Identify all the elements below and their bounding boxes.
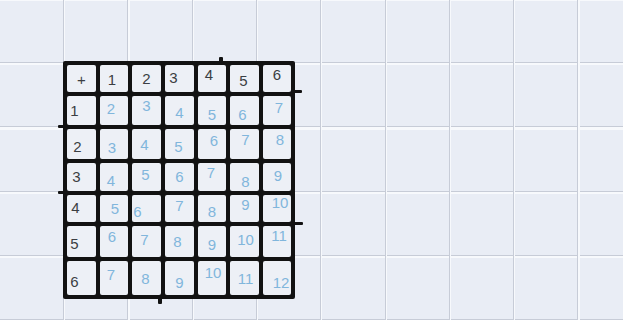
cell-value: 6 (70, 274, 78, 289)
stray-stroke-top-tick (219, 57, 223, 63)
sum-cell-r3-c2: 5 (132, 163, 161, 191)
addition-table: +123456123456723456783456789456789105678… (63, 61, 295, 299)
row-header-2: 2 (67, 129, 96, 159)
cell-value: + (77, 72, 86, 87)
row-header-6: 6 (67, 261, 96, 295)
sum-cell-r4-c1: 5 (100, 195, 128, 222)
cell-value: 10 (237, 232, 254, 247)
sum-cell-r2-c2: 4 (132, 129, 161, 159)
row-header-4: 4 (67, 195, 96, 222)
sum-cell-r4-c4: 8 (198, 195, 226, 222)
cell-value: 6 (273, 67, 281, 82)
sum-cell-r1-c1: 2 (100, 96, 128, 125)
cell-value: 4 (107, 173, 115, 188)
cell-value: 8 (208, 204, 216, 219)
cell-value: 9 (208, 237, 216, 252)
sum-cell-r4-c6: 10 (263, 195, 291, 222)
sum-cell-r3-c4: 7 (198, 163, 226, 191)
operator-cell: + (67, 65, 96, 92)
sum-cell-r4-c5: 9 (230, 195, 259, 222)
cell-value: 2 (142, 71, 150, 86)
sum-cell-r2-c6: 8 (263, 129, 291, 159)
whiteboard-canvas[interactable]: +123456123456723456783456789456789105678… (0, 0, 623, 320)
col-header-3: 3 (165, 65, 194, 92)
cell-value: 6 (210, 133, 218, 148)
cell-value: 1 (70, 103, 78, 118)
sum-cell-r5-c4: 9 (198, 226, 226, 257)
cell-value: 2 (73, 139, 81, 154)
sum-cell-r3-c3: 6 (165, 163, 194, 191)
sum-cell-r2-c4: 6 (198, 129, 226, 159)
cell-value: 4 (140, 137, 148, 152)
col-header-4: 4 (198, 65, 226, 92)
cell-value: 8 (141, 271, 149, 286)
cell-value: 5 (111, 201, 119, 216)
cell-value: 7 (207, 165, 215, 180)
sum-cell-r1-c5: 6 (230, 96, 259, 125)
cell-value: 9 (274, 168, 282, 183)
col-header-6: 6 (263, 65, 291, 92)
sum-cell-r6-c3: 9 (165, 261, 194, 295)
cell-value: 7 (107, 267, 115, 282)
cell-value: 10 (205, 265, 222, 280)
cell-value: 6 (238, 107, 246, 122)
cell-value: 9 (175, 275, 183, 290)
cell-value: 5 (239, 73, 247, 88)
cell-value: 12 (273, 275, 290, 290)
cell-value: 5 (141, 167, 149, 182)
cell-value: 3 (169, 70, 177, 85)
cell-value: 10 (272, 195, 289, 210)
cell-value: 4 (71, 200, 79, 215)
cell-value: 3 (142, 98, 150, 113)
cell-value: 5 (70, 236, 78, 251)
sum-cell-r4-c3: 7 (165, 195, 194, 222)
sum-cell-r5-c6: 11 (263, 226, 291, 257)
row-header-3: 3 (67, 163, 96, 191)
sum-cell-r6-c4: 10 (198, 261, 226, 295)
stroke-overshoot-right-header-row (293, 90, 302, 93)
stray-stroke-bottom-tick (158, 297, 162, 304)
cell-value: 8 (276, 132, 284, 147)
cell-value: 9 (241, 197, 249, 212)
sum-cell-r1-c6: 7 (263, 96, 291, 125)
cell-value: 7 (140, 232, 148, 247)
col-header-5: 5 (230, 65, 259, 92)
sum-cell-r1-c3: 4 (165, 96, 194, 125)
cell-value: 6 (133, 204, 141, 219)
cell-value: 5 (174, 139, 182, 154)
row-header-5: 5 (67, 226, 96, 257)
cell-value: 3 (72, 169, 80, 184)
cell-value: 4 (205, 67, 213, 82)
sum-cell-r1-c2: 3 (132, 96, 161, 125)
cell-value: 2 (107, 101, 115, 116)
sum-cell-r5-c3: 8 (165, 226, 194, 257)
cell-value: 1 (108, 72, 116, 87)
sum-cell-r3-c5: 8 (230, 163, 259, 191)
sum-cell-r1-c4: 5 (198, 96, 226, 125)
row-header-1: 1 (67, 96, 96, 125)
stroke-overshoot-left-row3 (58, 191, 64, 194)
stroke-overshoot-right-row4 (293, 222, 303, 225)
sum-cell-r3-c1: 4 (100, 163, 128, 191)
cell-value: 8 (173, 234, 181, 249)
sum-cell-r6-c5: 11 (230, 261, 259, 295)
cell-value: 7 (275, 100, 283, 115)
sum-cell-r5-c1: 6 (100, 226, 128, 257)
cell-value: 3 (108, 140, 116, 155)
sum-cell-r4-c2: 6 (132, 195, 161, 222)
sum-cell-r5-c5: 10 (230, 226, 259, 257)
sum-cell-r6-c1: 7 (100, 261, 128, 295)
cell-value: 5 (208, 107, 216, 122)
cell-value: 11 (238, 271, 254, 286)
sum-cell-r2-c5: 7 (230, 129, 259, 159)
cell-value: 6 (108, 229, 116, 244)
sum-cell-r2-c1: 3 (100, 129, 128, 159)
sum-cell-r5-c2: 7 (132, 226, 161, 257)
cell-value: 11 (271, 228, 287, 243)
sum-cell-r2-c3: 5 (165, 129, 194, 159)
col-header-2: 2 (132, 65, 161, 92)
stroke-overshoot-left-row1 (58, 125, 64, 128)
cell-value: 6 (175, 169, 183, 184)
sum-cell-r6-c2: 8 (132, 261, 161, 295)
sum-cell-r6-c6: 12 (263, 261, 291, 295)
cell-value: 7 (175, 198, 183, 213)
cell-value: 4 (175, 105, 183, 120)
cell-value: 7 (241, 132, 249, 147)
sum-cell-r3-c6: 9 (263, 163, 291, 191)
cell-value: 8 (241, 174, 249, 189)
col-header-1: 1 (100, 65, 128, 92)
